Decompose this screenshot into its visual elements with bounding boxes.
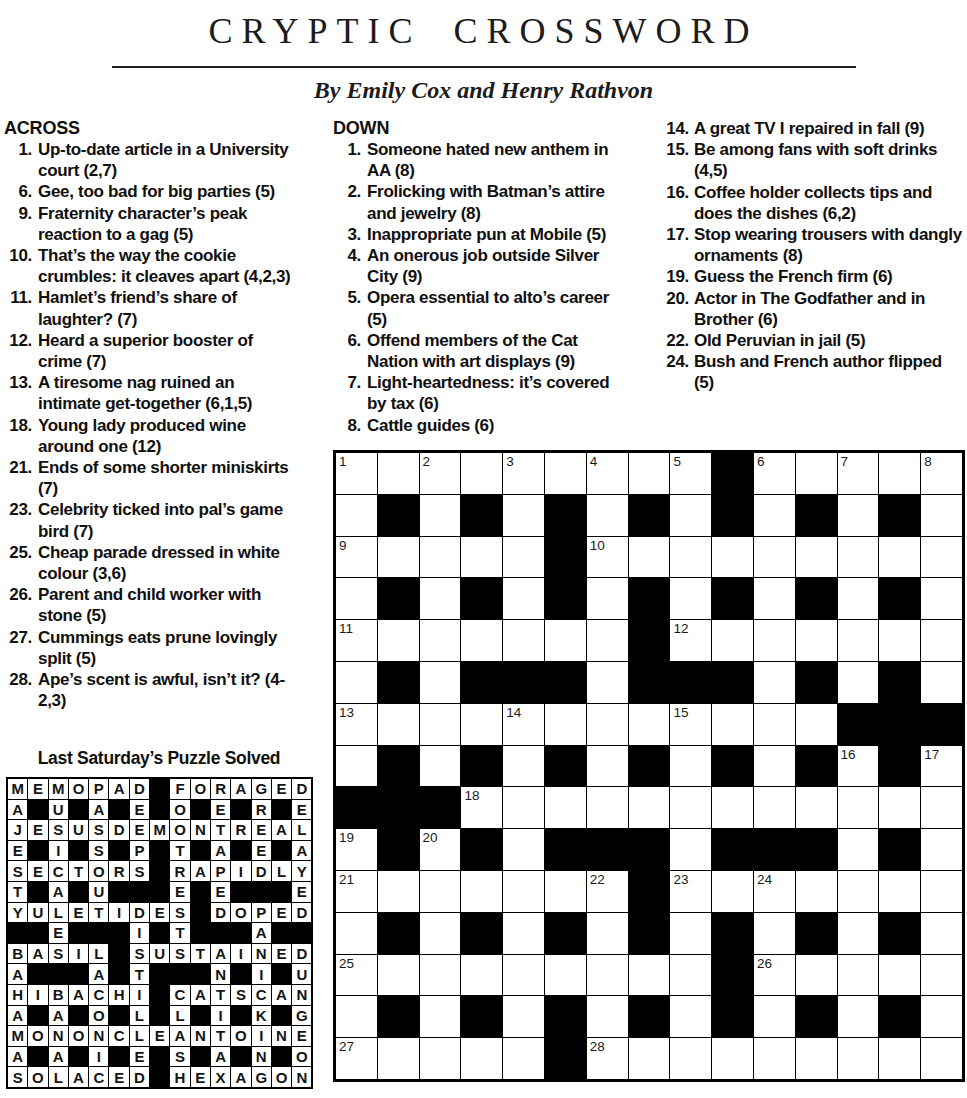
cell-number: 16: [841, 747, 856, 762]
solved-cell-r4-c8: [150, 841, 169, 861]
main-cell-r6-c3[interactable]: [420, 662, 461, 703]
main-cell-r8-c1[interactable]: [336, 746, 377, 787]
main-cell-r5-c9[interactable]: 12: [670, 620, 711, 661]
main-cell-r3-c4[interactable]: [461, 537, 502, 578]
clue-text: Ape’s scent is awful, isn’t it? (4-2,3): [38, 669, 300, 711]
solved-cell-r9-c9: S: [170, 944, 189, 964]
solved-cell-r3-c7: E: [130, 820, 149, 840]
solved-cell-r1-c14: E: [272, 779, 291, 799]
main-cell-r9-c13[interactable]: [838, 787, 879, 828]
main-cell-r5-c7[interactable]: [587, 620, 628, 661]
clue-item: 6.Gee, too bad for big parties (5): [4, 181, 300, 202]
main-cell-r7-c6[interactable]: [545, 704, 586, 745]
main-cell-r3-c1[interactable]: 9: [336, 537, 377, 578]
main-cell-r5-c2[interactable]: [378, 620, 419, 661]
main-cell-r13-c9[interactable]: [670, 955, 711, 996]
solved-cell-r8-c4: [69, 923, 88, 943]
main-cell-r1-c6[interactable]: [545, 453, 586, 494]
main-cell-r9-c8[interactable]: [629, 787, 670, 828]
clue-text: Cheap parade dressed in white colour (3,…: [38, 542, 300, 584]
solved-cell-r14-c14: [272, 1047, 291, 1067]
clue-number: 8.: [333, 415, 361, 436]
solved-cell-r15-c1: S: [8, 1067, 27, 1087]
main-cell-r14-c3[interactable]: [420, 996, 461, 1037]
main-cell-r5-c10[interactable]: [712, 620, 753, 661]
main-cell-r13-c15[interactable]: [921, 955, 962, 996]
main-cell-r3-c3[interactable]: [420, 537, 461, 578]
main-cell-r11-c11[interactable]: 24: [754, 871, 795, 912]
clue-text: Offend members of the Cat Nation with ar…: [367, 330, 629, 372]
main-cell-r8-c4: [461, 746, 502, 787]
down-clue-list-continued: 14.A great TV I repaired in fall (9)15.B…: [662, 118, 962, 394]
clue-item: 24.Bush and French author flipped (5): [662, 351, 962, 393]
solved-cell-r5-c6: R: [109, 861, 128, 881]
main-cell-r5-c13[interactable]: [838, 620, 879, 661]
main-cell-r13-c13[interactable]: [838, 955, 879, 996]
main-cell-r9-c4[interactable]: 18: [461, 787, 502, 828]
clue-item: 21.Ends of some shorter miniskirts (7): [4, 457, 300, 499]
main-cell-r14-c7[interactable]: [587, 996, 628, 1037]
main-cell-r6-c15[interactable]: [921, 662, 962, 703]
main-cell-r7-c11[interactable]: [754, 704, 795, 745]
solved-cell-r12-c10: [191, 1006, 210, 1026]
main-cell-r3-c14[interactable]: [879, 537, 920, 578]
clue-number: 6.: [4, 181, 32, 202]
main-cell-r7-c4[interactable]: [461, 704, 502, 745]
main-cell-r8-c7[interactable]: [587, 746, 628, 787]
main-cell-r6-c7[interactable]: [587, 662, 628, 703]
main-cell-r3-c10[interactable]: [712, 537, 753, 578]
solved-cell-r5-c11: P: [211, 861, 230, 881]
clue-number: 10.: [4, 245, 32, 266]
main-cell-r12-c9[interactable]: [670, 913, 711, 954]
main-cell-r8-c6: [545, 746, 586, 787]
main-cell-r1-c13[interactable]: 7: [838, 453, 879, 494]
solved-cell-r14-c13: N: [252, 1047, 271, 1067]
solved-cell-r15-c11: X: [211, 1067, 230, 1087]
clue-number: 14.: [662, 118, 689, 139]
main-cell-r1-c3[interactable]: 2: [420, 453, 461, 494]
clue-text: That’s the way the cookie crumbles: it c…: [38, 245, 300, 287]
main-cell-r3-c13[interactable]: [838, 537, 879, 578]
main-cell-r9-c6[interactable]: [545, 787, 586, 828]
main-cell-r9-c15[interactable]: [921, 787, 962, 828]
main-cell-r5-c1[interactable]: 11: [336, 620, 377, 661]
main-cell-r7-c12[interactable]: [796, 704, 837, 745]
main-cell-r4-c3[interactable]: [420, 578, 461, 619]
main-cell-r5-c5[interactable]: [503, 620, 544, 661]
down-heading: DOWN: [333, 117, 629, 139]
main-cell-r3-c11[interactable]: [754, 537, 795, 578]
main-cell-r10-c3[interactable]: 20: [420, 829, 461, 870]
clue-text: Hamlet’s friend’s share of laughter? (7): [38, 287, 300, 329]
clue-text: Fraternity character’s peak reaction to …: [38, 203, 300, 245]
solved-cell-r14-c8: [150, 1047, 169, 1067]
clue-number: 3.: [333, 224, 361, 245]
cell-number: 1: [339, 454, 347, 469]
main-crossword-grid: 1234567891011121314151617181920212223242…: [333, 450, 965, 1082]
main-cell-r2-c1[interactable]: [336, 495, 377, 536]
main-cell-r4-c13[interactable]: [838, 578, 879, 619]
main-cell-r6-c1[interactable]: [336, 662, 377, 703]
across-heading: ACROSS: [4, 117, 300, 139]
solved-cell-r15-c9: H: [170, 1067, 189, 1087]
main-cell-r9-c10[interactable]: [712, 787, 753, 828]
main-cell-r9-c7[interactable]: [587, 787, 628, 828]
main-cell-r4-c9[interactable]: [670, 578, 711, 619]
clue-text: Old Peruvian in jail (5): [694, 330, 962, 351]
solved-cell-r3-c15: L: [292, 820, 311, 840]
clue-text: Gee, too bad for big parties (5): [38, 181, 300, 202]
main-cell-r2-c3[interactable]: [420, 495, 461, 536]
main-cell-r10-c2: [378, 829, 419, 870]
main-cell-r1-c9[interactable]: 5: [670, 453, 711, 494]
main-cell-r1-c14[interactable]: [879, 453, 920, 494]
main-cell-r9-c5[interactable]: [503, 787, 544, 828]
main-cell-r7-c5[interactable]: 14: [503, 704, 544, 745]
clue-number: 1.: [4, 139, 32, 160]
byline: By Emily Cox and Henry Rathvon: [0, 77, 967, 104]
main-cell-r5-c3[interactable]: [420, 620, 461, 661]
main-cell-r15-c8[interactable]: [629, 1038, 670, 1079]
main-cell-r11-c10[interactable]: [712, 871, 753, 912]
main-cell-r9-c11[interactable]: [754, 787, 795, 828]
main-cell-r15-c3[interactable]: [420, 1038, 461, 1079]
main-cell-r13-c10: [712, 955, 753, 996]
clue-item: 11.Hamlet’s friend’s share of laughter? …: [4, 287, 300, 329]
main-cell-r11-c15[interactable]: [921, 871, 962, 912]
cell-number: 11: [339, 621, 353, 636]
main-cell-r8-c13[interactable]: 16: [838, 746, 879, 787]
solved-cell-r13-c10: N: [191, 1026, 210, 1046]
clue-text: Ends of some shorter miniskirts (7): [38, 457, 300, 499]
main-cell-r13-c4[interactable]: [461, 955, 502, 996]
main-cell-r1-c5[interactable]: 3: [503, 453, 544, 494]
main-cell-r7-c8[interactable]: [629, 704, 670, 745]
main-cell-r15-c5[interactable]: [503, 1038, 544, 1079]
main-cell-r7-c3[interactable]: [420, 704, 461, 745]
main-cell-r11-c13[interactable]: [838, 871, 879, 912]
main-cell-r14-c13[interactable]: [838, 996, 879, 1037]
solved-cell-r10-c9: [170, 964, 189, 984]
main-cell-r13-c12[interactable]: [796, 955, 837, 996]
main-cell-r15-c15[interactable]: [921, 1038, 962, 1079]
main-cell-r11-c1[interactable]: 21: [336, 871, 377, 912]
solved-cell-r2-c7: E: [130, 800, 149, 820]
solved-cell-r13-c7: L: [130, 1026, 149, 1046]
main-cell-r1-c1[interactable]: 1: [336, 453, 377, 494]
main-cell-r13-c2[interactable]: [378, 955, 419, 996]
solved-cell-r3-c8: M: [150, 820, 169, 840]
clue-number: 23.: [4, 499, 32, 520]
clue-item: 10.That’s the way the cookie crumbles: i…: [4, 245, 300, 287]
solved-cell-r1-c6: A: [109, 779, 128, 799]
solved-cell-r4-c1: E: [8, 841, 27, 861]
solved-cell-r5-c10: A: [191, 861, 210, 881]
main-cell-r11-c5[interactable]: [503, 871, 544, 912]
main-cell-r8-c5[interactable]: [503, 746, 544, 787]
main-cell-r14-c12: [796, 996, 837, 1037]
main-cell-r13-c11[interactable]: 26: [754, 955, 795, 996]
solved-cell-r5-c9: R: [170, 861, 189, 881]
main-cell-r13-c14[interactable]: [879, 955, 920, 996]
main-cell-r3-c9[interactable]: [670, 537, 711, 578]
main-cell-r4-c5[interactable]: [503, 578, 544, 619]
main-cell-r6-c8: [629, 662, 670, 703]
main-cell-r8-c15[interactable]: 17: [921, 746, 962, 787]
clue-item: 18.Young lady produced wine around one (…: [4, 415, 300, 457]
solved-cell-r2-c3: U: [49, 800, 68, 820]
main-cell-r15-c7[interactable]: 28: [587, 1038, 628, 1079]
clue-text: An onerous job outside Silver City (9): [367, 245, 629, 287]
main-cell-r15-c9[interactable]: [670, 1038, 711, 1079]
main-cell-r10-c1[interactable]: 19: [336, 829, 377, 870]
solved-cell-r6-c5: U: [89, 882, 108, 902]
main-cell-r15-c2[interactable]: [378, 1038, 419, 1079]
solved-cell-r15-c3: L: [49, 1067, 68, 1087]
solved-cell-r2-c5: A: [89, 800, 108, 820]
main-cell-r5-c11[interactable]: [754, 620, 795, 661]
main-cell-r13-c3[interactable]: [420, 955, 461, 996]
main-cell-r12-c15[interactable]: [921, 913, 962, 954]
main-cell-r11-c4[interactable]: [461, 871, 502, 912]
solved-cell-r14-c7: E: [130, 1047, 149, 1067]
main-cell-r10-c5[interactable]: [503, 829, 544, 870]
cell-number: 8: [924, 454, 932, 469]
main-cell-r1-c4[interactable]: [461, 453, 502, 494]
main-cell-r5-c14[interactable]: [879, 620, 920, 661]
main-cell-r2-c5[interactable]: [503, 495, 544, 536]
main-cell-r14-c1[interactable]: [336, 996, 377, 1037]
down-clue-list: 1.Someone hated new anthem in AA (8)2.Fr…: [333, 139, 629, 436]
main-cell-r10-c11: [754, 829, 795, 870]
clue-item: 1.Someone hated new anthem in AA (8): [333, 139, 629, 181]
main-cell-r14-c11[interactable]: [754, 996, 795, 1037]
main-cell-r3-c12[interactable]: [796, 537, 837, 578]
main-cell-r10-c13[interactable]: [838, 829, 879, 870]
main-cell-r7-c10[interactable]: [712, 704, 753, 745]
main-cell-r4-c11[interactable]: [754, 578, 795, 619]
solved-cell-r8-c10: [191, 923, 210, 943]
main-cell-r1-c10: [712, 453, 753, 494]
main-cell-r2-c13[interactable]: [838, 495, 879, 536]
main-cell-r13-c7[interactable]: [587, 955, 628, 996]
main-cell-r11-c8: [629, 871, 670, 912]
solved-cell-r10-c10: [191, 964, 210, 984]
solved-cell-r2-c8: [150, 800, 169, 820]
solved-cell-r10-c12: [231, 964, 250, 984]
clue-number: 27.: [4, 627, 32, 648]
main-cell-r12-c13[interactable]: [838, 913, 879, 954]
cell-number: 7: [841, 454, 849, 469]
main-cell-r2-c6: [545, 495, 586, 536]
main-cell-r11-c12[interactable]: [796, 871, 837, 912]
clue-number: 24.: [662, 351, 689, 372]
cell-number: 26: [757, 956, 772, 971]
main-cell-r13-c6[interactable]: [545, 955, 586, 996]
main-cell-r6-c14: [879, 662, 920, 703]
main-cell-r14-c9[interactable]: [670, 996, 711, 1037]
cell-number: 19: [339, 830, 354, 845]
main-cell-r11-c3[interactable]: [420, 871, 461, 912]
clue-number: 12.: [4, 330, 32, 351]
main-cell-r7-c9[interactable]: 15: [670, 704, 711, 745]
main-cell-r1-c11[interactable]: 6: [754, 453, 795, 494]
main-cell-r14-c5[interactable]: [503, 996, 544, 1037]
main-cell-r11-c6[interactable]: [545, 871, 586, 912]
main-cell-r4-c6: [545, 578, 586, 619]
main-cell-r10-c6: [545, 829, 586, 870]
solved-cell-r7-c2: U: [28, 903, 47, 923]
main-cell-r9-c12[interactable]: [796, 787, 837, 828]
main-cell-r8-c14: [879, 746, 920, 787]
clue-item: 12.Heard a superior booster of crime (7): [4, 330, 300, 372]
clue-text: Stop wearing trousers with dangly orname…: [694, 224, 962, 266]
solved-cell-r11-c14: A: [272, 985, 291, 1005]
title-rule: [112, 66, 856, 68]
main-cell-r13-c1[interactable]: 25: [336, 955, 377, 996]
solved-cell-r12-c11: I: [211, 1006, 230, 1026]
main-cell-r11-c7[interactable]: 22: [587, 871, 628, 912]
main-cell-r11-c2[interactable]: [378, 871, 419, 912]
main-cell-r2-c9[interactable]: [670, 495, 711, 536]
main-cell-r6-c4: [461, 662, 502, 703]
main-cell-r7-c2[interactable]: [378, 704, 419, 745]
main-cell-r12-c1[interactable]: [336, 913, 377, 954]
main-cell-r4-c1[interactable]: [336, 578, 377, 619]
main-cell-r12-c3[interactable]: [420, 913, 461, 954]
clue-item: 8.Cattle guides (6): [333, 415, 629, 436]
clue-number: 20.: [662, 288, 689, 309]
main-cell-r6-c13[interactable]: [838, 662, 879, 703]
main-cell-r2-c11[interactable]: [754, 495, 795, 536]
solved-cell-r8-c14: [272, 923, 291, 943]
main-cell-r2-c7[interactable]: [587, 495, 628, 536]
main-cell-r5-c4[interactable]: [461, 620, 502, 661]
main-cell-r13-c8[interactable]: [629, 955, 670, 996]
clue-text: Young lady produced wine around one (12): [38, 415, 300, 457]
main-cell-r15-c11[interactable]: [754, 1038, 795, 1079]
solved-cell-r13-c11: T: [211, 1026, 230, 1046]
main-cell-r14-c15[interactable]: [921, 996, 962, 1037]
main-cell-r3-c5[interactable]: [503, 537, 544, 578]
solved-cell-r14-c12: [231, 1047, 250, 1067]
main-cell-r10-c15[interactable]: [921, 829, 962, 870]
solved-cell-r8-c11: [211, 923, 230, 943]
main-cell-r2-c15[interactable]: [921, 495, 962, 536]
main-cell-r3-c8[interactable]: [629, 537, 670, 578]
main-cell-r1-c7[interactable]: 4: [587, 453, 628, 494]
cell-number: 13: [339, 705, 354, 720]
main-cell-r5-c15[interactable]: [921, 620, 962, 661]
solved-cell-r2-c12: [231, 800, 250, 820]
main-cell-r3-c6: [545, 537, 586, 578]
main-cell-r1-c2[interactable]: [378, 453, 419, 494]
main-cell-r3-c2[interactable]: [378, 537, 419, 578]
main-cell-r14-c8: [629, 996, 670, 1037]
solved-cell-r12-c14: [272, 1006, 291, 1026]
main-cell-r9-c2: [378, 787, 419, 828]
main-cell-r8-c3[interactable]: [420, 746, 461, 787]
main-cell-r11-c14[interactable]: [879, 871, 920, 912]
main-cell-r3-c15[interactable]: [921, 537, 962, 578]
solved-cell-r6-c6: [109, 882, 128, 902]
main-cell-r6-c9: [670, 662, 711, 703]
clue-text: Be among fans with soft drinks (4,5): [694, 139, 962, 181]
main-cell-r15-c14[interactable]: [879, 1038, 920, 1079]
main-cell-r1-c12[interactable]: [796, 453, 837, 494]
solved-puzzle-heading: Last Saturday’s Puzzle Solved: [0, 748, 318, 769]
main-cell-r15-c12[interactable]: [796, 1038, 837, 1079]
main-cell-r6-c11[interactable]: [754, 662, 795, 703]
cell-number: 14: [506, 705, 521, 720]
clue-item: 4.An onerous job outside Silver City (9): [333, 245, 629, 287]
main-cell-r11-c9[interactable]: 23: [670, 871, 711, 912]
solved-cell-r6-c4: [69, 882, 88, 902]
main-cell-r4-c7[interactable]: [587, 578, 628, 619]
clue-item: 22.Old Peruvian in jail (5): [662, 330, 962, 351]
main-cell-r8-c11[interactable]: [754, 746, 795, 787]
solved-cell-r4-c11: A: [211, 841, 230, 861]
main-cell-r5-c12[interactable]: [796, 620, 837, 661]
main-cell-r2-c14: [879, 495, 920, 536]
main-cell-r1-c8[interactable]: [629, 453, 670, 494]
solved-cell-r2-c4: [69, 800, 88, 820]
main-cell-r9-c9[interactable]: [670, 787, 711, 828]
solved-cell-r7-c12: O: [231, 903, 250, 923]
main-cell-r10-c9[interactable]: [670, 829, 711, 870]
solved-cell-r5-c5: O: [89, 861, 108, 881]
clue-text: A great TV I repaired in fall (9): [694, 118, 962, 139]
main-cell-r12-c11[interactable]: [754, 913, 795, 954]
crossword-page: CRYPTIC CROSSWORD By Emily Cox and Henry…: [0, 0, 967, 1098]
clue-item: 6.Offend members of the Cat Nation with …: [333, 330, 629, 372]
solved-cell-r8-c6: [109, 923, 128, 943]
main-cell-r9-c14[interactable]: [879, 787, 920, 828]
main-cell-r4-c8: [629, 578, 670, 619]
solved-cell-r14-c11: A: [211, 1047, 230, 1067]
main-cell-r3-c7[interactable]: 10: [587, 537, 628, 578]
main-cell-r7-c7[interactable]: [587, 704, 628, 745]
main-cell-r15-c13[interactable]: [838, 1038, 879, 1079]
main-cell-r1-c15[interactable]: 8: [921, 453, 962, 494]
solved-cell-r9-c1: B: [8, 944, 27, 964]
main-cell-r5-c6[interactable]: [545, 620, 586, 661]
main-cell-r13-c5[interactable]: [503, 955, 544, 996]
solved-cell-r1-c12: A: [231, 779, 250, 799]
main-cell-r15-c4[interactable]: [461, 1038, 502, 1079]
down-clue-column-continued: 14.A great TV I repaired in fall (9)15.B…: [662, 118, 962, 394]
main-cell-r7-c1[interactable]: 13: [336, 704, 377, 745]
main-cell-r4-c15[interactable]: [921, 578, 962, 619]
solved-cell-r5-c15: Y: [292, 861, 311, 881]
main-cell-r12-c5[interactable]: [503, 913, 544, 954]
clue-number: 17.: [662, 224, 689, 245]
cell-number: 15: [673, 705, 688, 720]
cell-number: 10: [590, 538, 605, 553]
main-cell-r10-c14: [879, 829, 920, 870]
clue-item: 1.Up-to-date article in a University cou…: [4, 139, 300, 181]
main-cell-r15-c1[interactable]: 27: [336, 1038, 377, 1079]
clue-item: 23.Celebrity ticked into pal’s game bird…: [4, 499, 300, 541]
clue-item: 2.Frolicking with Batman’s attire and je…: [333, 181, 629, 223]
main-cell-r8-c9[interactable]: [670, 746, 711, 787]
main-cell-r12-c7[interactable]: [587, 913, 628, 954]
main-cell-r15-c10[interactable]: [712, 1038, 753, 1079]
solved-cell-r2-c9: O: [170, 800, 189, 820]
clue-number: 18.: [4, 415, 32, 436]
solved-cell-r8-c9: T: [170, 923, 189, 943]
